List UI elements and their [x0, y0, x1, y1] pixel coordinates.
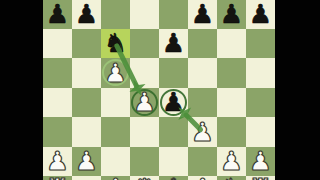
square-f1[interactable]: ♝ [188, 176, 217, 180]
square-g2[interactable]: ♟ [217, 147, 246, 177]
square-a1[interactable]: ♜ [43, 176, 72, 180]
square-e2[interactable] [159, 147, 188, 177]
square-d3[interactable] [130, 117, 159, 147]
square-f2[interactable] [188, 147, 217, 177]
square-f6[interactable] [188, 29, 217, 59]
square-e3[interactable] [159, 117, 188, 147]
square-e5[interactable] [159, 58, 188, 88]
piece-white-pawn-h2[interactable]: ♟ [249, 148, 272, 174]
square-b3[interactable] [72, 117, 101, 147]
video-frame: ♟♟♟♟♟♞♟♟♟♟♟♟♟♟♟♜♝♛♚♝♞♜ [0, 0, 320, 180]
square-a7[interactable]: ♟ [43, 0, 72, 29]
square-d1[interactable]: ♛ [130, 176, 159, 180]
square-f5[interactable] [188, 58, 217, 88]
square-d4[interactable]: ♟ [130, 88, 159, 118]
piece-black-pawn-a7[interactable]: ♟ [46, 1, 69, 27]
square-f4[interactable] [188, 88, 217, 118]
piece-white-pawn-d4[interactable]: ♟ [133, 89, 156, 115]
square-h6[interactable] [246, 29, 275, 59]
square-d2[interactable] [130, 147, 159, 177]
square-e7[interactable] [159, 0, 188, 29]
square-b4[interactable] [72, 88, 101, 118]
square-c3[interactable] [101, 117, 130, 147]
piece-white-pawn-a2[interactable]: ♟ [46, 148, 69, 174]
square-h7[interactable]: ♟ [246, 0, 275, 29]
piece-white-king-e1[interactable]: ♚ [162, 175, 185, 180]
piece-black-knight-c6[interactable]: ♞ [104, 30, 127, 56]
square-e4[interactable]: ♟ [159, 88, 188, 118]
square-d7[interactable] [130, 0, 159, 29]
square-b2[interactable]: ♟ [72, 147, 101, 177]
square-c2[interactable] [101, 147, 130, 177]
square-g6[interactable] [217, 29, 246, 59]
square-f3[interactable]: ♟ [188, 117, 217, 147]
square-h1[interactable]: ♜ [246, 176, 275, 180]
square-g1[interactable]: ♞ [217, 176, 246, 180]
chess-board[interactable]: ♟♟♟♟♟♞♟♟♟♟♟♟♟♟♟♜♝♛♚♝♞♜ [43, 0, 275, 180]
square-a2[interactable]: ♟ [43, 147, 72, 177]
square-h5[interactable] [246, 58, 275, 88]
square-a5[interactable] [43, 58, 72, 88]
square-c1[interactable]: ♝ [101, 176, 130, 180]
square-a6[interactable] [43, 29, 72, 59]
piece-white-pawn-c5[interactable]: ♟ [104, 60, 127, 86]
piece-black-pawn-b7[interactable]: ♟ [75, 1, 98, 27]
piece-white-pawn-f3[interactable]: ♟ [191, 119, 214, 145]
piece-white-queen-d1[interactable]: ♛ [133, 175, 156, 180]
piece-black-pawn-h7[interactable]: ♟ [249, 1, 272, 27]
square-g3[interactable] [217, 117, 246, 147]
piece-white-rook-a1[interactable]: ♜ [46, 175, 69, 180]
square-b7[interactable]: ♟ [72, 0, 101, 29]
piece-white-bishop-f1[interactable]: ♝ [191, 175, 214, 180]
square-g7[interactable]: ♟ [217, 0, 246, 29]
square-h4[interactable] [246, 88, 275, 118]
square-c6[interactable]: ♞ [101, 29, 130, 59]
piece-white-pawn-b2[interactable]: ♟ [75, 148, 98, 174]
piece-black-pawn-f7[interactable]: ♟ [191, 1, 214, 27]
square-g4[interactable] [217, 88, 246, 118]
piece-black-pawn-e6[interactable]: ♟ [162, 30, 185, 56]
square-b1[interactable] [72, 176, 101, 180]
square-a4[interactable] [43, 88, 72, 118]
piece-black-pawn-g7[interactable]: ♟ [220, 1, 243, 27]
square-h3[interactable] [246, 117, 275, 147]
piece-white-bishop-c1[interactable]: ♝ [104, 175, 127, 180]
piece-white-knight-g1[interactable]: ♞ [220, 175, 243, 180]
square-b6[interactable] [72, 29, 101, 59]
square-c5[interactable]: ♟ [101, 58, 130, 88]
square-e6[interactable]: ♟ [159, 29, 188, 59]
piece-white-rook-h1[interactable]: ♜ [249, 175, 272, 180]
square-e1[interactable]: ♚ [159, 176, 188, 180]
piece-white-pawn-g2[interactable]: ♟ [220, 148, 243, 174]
square-c4[interactable] [101, 88, 130, 118]
square-b5[interactable] [72, 58, 101, 88]
square-h2[interactable]: ♟ [246, 147, 275, 177]
square-d6[interactable] [130, 29, 159, 59]
square-c7[interactable] [101, 0, 130, 29]
square-d5[interactable] [130, 58, 159, 88]
square-f7[interactable]: ♟ [188, 0, 217, 29]
square-a3[interactable] [43, 117, 72, 147]
piece-black-pawn-e4[interactable]: ♟ [162, 89, 185, 115]
square-g5[interactable] [217, 58, 246, 88]
